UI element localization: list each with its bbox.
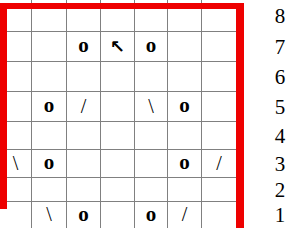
cell-r3c6: o [168, 150, 202, 178]
rank-label-2: 2 [266, 178, 294, 202]
cell-r7c5: o [135, 32, 168, 62]
cell-r4c5 [135, 122, 168, 150]
cell-r7c6 [168, 32, 202, 62]
diagonal-up-marker: / [81, 96, 87, 118]
highlight-border-right [236, 3, 244, 228]
piece-marker: o [44, 95, 55, 118]
northwest-arrow-icon: ↖ [110, 38, 125, 56]
rank-label-5: 5 [266, 92, 294, 122]
cell-r4c3 [67, 122, 101, 150]
cell-r5c6: o [168, 92, 202, 122]
cell-r6c6 [168, 62, 202, 92]
cell-r6c3 [67, 62, 101, 92]
cell-r3c7: / [202, 150, 236, 178]
rank-label-1: 1 [266, 202, 294, 228]
cell-r2c4 [101, 178, 135, 202]
cell-r6c4 [101, 62, 135, 92]
cell-r1c2: \ [32, 202, 67, 228]
cell-r3c3 [67, 150, 101, 178]
cell-r4c4 [101, 122, 135, 150]
piece-marker: o [44, 152, 55, 175]
rank-label-8: 8 [266, 0, 294, 32]
game-board-grid: o↖oo/\o\oo/\oo/ [0, 0, 236, 228]
cell-r3c2: o [32, 150, 67, 178]
cell-r2c6 [168, 178, 202, 202]
diagram-root: o↖oo/\o\oo/\oo/ 87654321 [0, 0, 294, 228]
cell-r1c5: o [135, 202, 168, 228]
cell-r2c5 [135, 178, 168, 202]
rank-label-4: 4 [266, 122, 294, 150]
cell-r5c5: \ [135, 92, 168, 122]
cell-r4c2 [32, 122, 67, 150]
rank-label-6: 6 [266, 62, 294, 92]
cell-r1c7 [202, 202, 236, 228]
piece-marker: o [179, 95, 190, 118]
piece-marker: o [78, 204, 89, 227]
cell-r5c2: o [32, 92, 67, 122]
highlight-border-left [0, 3, 7, 209]
cell-r5c7 [202, 92, 236, 122]
diagonal-down-marker: \ [148, 96, 154, 118]
cell-r4c7 [202, 122, 236, 150]
piece-marker: o [146, 204, 157, 227]
cell-r1c4 [101, 202, 135, 228]
cell-r6c7 [202, 62, 236, 92]
rank-label-3: 3 [266, 150, 294, 178]
diagonal-up-marker: / [216, 153, 222, 175]
cell-r6c2 [32, 62, 67, 92]
cell-r4c6 [168, 122, 202, 150]
cell-r2c3 [67, 178, 101, 202]
highlight-border-top [0, 3, 244, 9]
cell-r3c4 [101, 150, 135, 178]
cell-r1c3: o [67, 202, 101, 228]
cell-r6c5 [135, 62, 168, 92]
cell-r5c4 [101, 92, 135, 122]
piece-marker: o [146, 35, 157, 58]
cell-r7c3: o [67, 32, 101, 62]
diagonal-up-marker: / [182, 204, 188, 226]
diagonal-down-marker: \ [46, 204, 52, 226]
cell-r7c7 [202, 32, 236, 62]
cell-r2c7 [202, 178, 236, 202]
cell-r2c2 [32, 178, 67, 202]
piece-marker: o [179, 152, 190, 175]
cell-r1c6: / [168, 202, 202, 228]
diagonal-down-marker: \ [13, 153, 19, 175]
cell-r7c4: ↖ [101, 32, 135, 62]
rank-label-7: 7 [266, 32, 294, 62]
piece-marker: o [78, 35, 89, 58]
cell-r7c2 [32, 32, 67, 62]
cell-r3c5 [135, 150, 168, 178]
cell-r5c3: / [67, 92, 101, 122]
